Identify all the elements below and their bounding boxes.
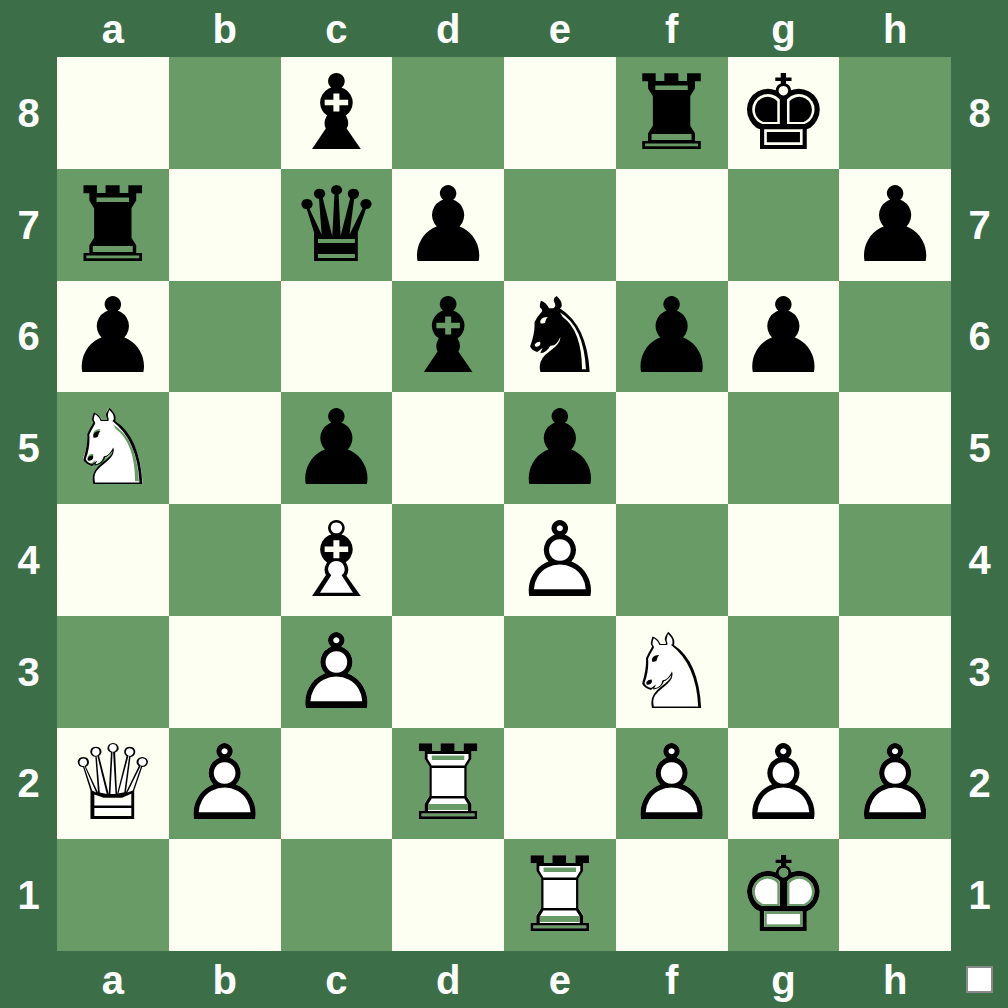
- square-f3[interactable]: ♞♘: [616, 616, 728, 728]
- square-b8[interactable]: [169, 57, 281, 169]
- square-f1[interactable]: [616, 839, 728, 951]
- white-rook-outline-glyph: ♖: [392, 728, 504, 840]
- square-f4[interactable]: [616, 504, 728, 616]
- white-pawn-outline-glyph: ♙: [728, 728, 840, 840]
- piece-white-pawn[interactable]: ♟♙: [728, 728, 840, 840]
- white-pawn-outline-glyph: ♙: [281, 616, 393, 728]
- piece-black-pawn[interactable]: ♟: [504, 392, 616, 504]
- square-e4[interactable]: ♟♙: [504, 504, 616, 616]
- square-h5[interactable]: [839, 392, 951, 504]
- square-g8[interactable]: ♚: [728, 57, 840, 169]
- square-d6[interactable]: ♝: [392, 281, 504, 393]
- piece-white-pawn[interactable]: ♟♙: [169, 728, 281, 840]
- square-a8[interactable]: [57, 57, 169, 169]
- black-pawn-glyph: ♟: [392, 169, 504, 281]
- square-g1[interactable]: ♚♔: [728, 839, 840, 951]
- square-b5[interactable]: [169, 392, 281, 504]
- file-label-bottom-b: b: [169, 951, 281, 1008]
- square-h4[interactable]: [839, 504, 951, 616]
- black-pawn-glyph: ♟: [504, 392, 616, 504]
- file-label-bottom-h: h: [839, 951, 951, 1008]
- piece-white-queen[interactable]: ♛♕: [57, 728, 169, 840]
- black-king-glyph: ♚: [728, 57, 840, 169]
- square-b1[interactable]: [169, 839, 281, 951]
- square-d8[interactable]: [392, 57, 504, 169]
- white-king-outline-glyph: ♔: [728, 839, 840, 951]
- file-label-bottom-e: e: [504, 951, 616, 1008]
- square-c7[interactable]: ♛: [281, 169, 393, 281]
- piece-white-bishop[interactable]: ♝♗: [281, 504, 393, 616]
- piece-black-pawn[interactable]: ♟: [57, 281, 169, 393]
- square-a4[interactable]: [57, 504, 169, 616]
- black-rook-glyph: ♜: [616, 57, 728, 169]
- square-f6[interactable]: ♟: [616, 281, 728, 393]
- rank-label-left-3: 3: [0, 616, 57, 728]
- rank-label-right-4: 4: [951, 504, 1008, 616]
- rank-label-right-3: 3: [951, 616, 1008, 728]
- piece-black-rook[interactable]: ♜: [57, 169, 169, 281]
- file-label-top-e: e: [504, 0, 616, 57]
- piece-black-queen[interactable]: ♛: [281, 169, 393, 281]
- square-b7[interactable]: [169, 169, 281, 281]
- piece-black-rook[interactable]: ♜: [616, 57, 728, 169]
- square-e3[interactable]: [504, 616, 616, 728]
- square-h1[interactable]: [839, 839, 951, 951]
- piece-white-pawn[interactable]: ♟♙: [281, 616, 393, 728]
- piece-black-king[interactable]: ♚: [728, 57, 840, 169]
- square-h3[interactable]: [839, 616, 951, 728]
- rank-label-right-7: 7: [951, 169, 1008, 281]
- black-queen-glyph: ♛: [281, 169, 393, 281]
- rank-label-left-2: 2: [0, 728, 57, 840]
- square-b6[interactable]: [169, 281, 281, 393]
- square-d5[interactable]: [392, 392, 504, 504]
- rank-label-left-6: 6: [0, 281, 57, 393]
- piece-black-pawn[interactable]: ♟: [839, 169, 951, 281]
- piece-white-rook[interactable]: ♜♖: [504, 839, 616, 951]
- file-label-bottom-a: a: [57, 951, 169, 1008]
- black-pawn-glyph: ♟: [57, 281, 169, 393]
- square-g5[interactable]: [728, 392, 840, 504]
- white-pawn-outline-glyph: ♙: [616, 728, 728, 840]
- square-c1[interactable]: [281, 839, 393, 951]
- black-pawn-glyph: ♟: [728, 281, 840, 393]
- square-c3[interactable]: ♟♙: [281, 616, 393, 728]
- square-d4[interactable]: [392, 504, 504, 616]
- border-corner-bottom-right: [951, 951, 1008, 1008]
- piece-black-bishop[interactable]: ♝: [281, 57, 393, 169]
- square-c5[interactable]: ♟: [281, 392, 393, 504]
- square-b4[interactable]: [169, 504, 281, 616]
- rank-label-left-4: 4: [0, 504, 57, 616]
- rank-label-left-5: 5: [0, 392, 57, 504]
- square-e7[interactable]: [504, 169, 616, 281]
- square-d3[interactable]: [392, 616, 504, 728]
- file-label-top-f: f: [616, 0, 728, 57]
- square-d1[interactable]: [392, 839, 504, 951]
- piece-black-pawn[interactable]: ♟: [616, 281, 728, 393]
- rank-label-right-5: 5: [951, 392, 1008, 504]
- border-corner-top-right: [951, 0, 1008, 57]
- black-bishop-glyph: ♝: [392, 281, 504, 393]
- piece-white-pawn[interactable]: ♟♙: [504, 504, 616, 616]
- piece-white-pawn[interactable]: ♟♙: [839, 728, 951, 840]
- rank-label-right-8: 8: [951, 57, 1008, 169]
- white-pawn-outline-glyph: ♙: [839, 728, 951, 840]
- piece-white-pawn[interactable]: ♟♙: [616, 728, 728, 840]
- black-pawn-glyph: ♟: [616, 281, 728, 393]
- square-c8[interactable]: ♝: [281, 57, 393, 169]
- square-e6[interactable]: ♞: [504, 281, 616, 393]
- white-rook-outline-glyph: ♖: [504, 839, 616, 951]
- white-to-move-indicator: [966, 966, 993, 993]
- white-queen-outline-glyph: ♕: [57, 728, 169, 840]
- square-g6[interactable]: ♟: [728, 281, 840, 393]
- file-label-top-d: d: [392, 0, 504, 57]
- square-f2[interactable]: ♟♙: [616, 728, 728, 840]
- black-bishop-glyph: ♝: [281, 57, 393, 169]
- square-h7[interactable]: ♟: [839, 169, 951, 281]
- border-corner-bottom-left: [0, 951, 57, 1008]
- square-e1[interactable]: ♜♖: [504, 839, 616, 951]
- rank-label-right-1: 1: [951, 839, 1008, 951]
- square-a2[interactable]: ♛♕: [57, 728, 169, 840]
- square-g2[interactable]: ♟♙: [728, 728, 840, 840]
- square-c2[interactable]: [281, 728, 393, 840]
- square-b2[interactable]: ♟♙: [169, 728, 281, 840]
- white-pawn-outline-glyph: ♙: [169, 728, 281, 840]
- file-label-top-g: g: [728, 0, 840, 57]
- piece-white-king[interactable]: ♚♔: [728, 839, 840, 951]
- piece-black-pawn[interactable]: ♟: [281, 392, 393, 504]
- file-label-top-c: c: [281, 0, 393, 57]
- square-f5[interactable]: [616, 392, 728, 504]
- file-label-bottom-d: d: [392, 951, 504, 1008]
- rank-label-right-6: 6: [951, 281, 1008, 393]
- piece-black-pawn[interactable]: ♟: [728, 281, 840, 393]
- square-a6[interactable]: ♟: [57, 281, 169, 393]
- square-h2[interactable]: ♟♙: [839, 728, 951, 840]
- square-c6[interactable]: [281, 281, 393, 393]
- square-c4[interactable]: ♝♗: [281, 504, 393, 616]
- square-e5[interactable]: ♟: [504, 392, 616, 504]
- file-label-bottom-c: c: [281, 951, 393, 1008]
- square-e2[interactable]: [504, 728, 616, 840]
- file-label-top-b: b: [169, 0, 281, 57]
- chess-board: abcdefgh8♝♜♚87♜♛♟♟76♟♝♞♟♟65♞♘♟♟54♝♗♟♙43♟…: [0, 0, 1008, 1008]
- piece-black-pawn[interactable]: ♟: [392, 169, 504, 281]
- white-knight-outline-glyph: ♘: [616, 616, 728, 728]
- square-b3[interactable]: [169, 616, 281, 728]
- square-f7[interactable]: [616, 169, 728, 281]
- file-label-bottom-g: g: [728, 951, 840, 1008]
- square-a3[interactable]: [57, 616, 169, 728]
- file-label-bottom-f: f: [616, 951, 728, 1008]
- square-h6[interactable]: [839, 281, 951, 393]
- black-pawn-glyph: ♟: [839, 169, 951, 281]
- white-bishop-outline-glyph: ♗: [281, 504, 393, 616]
- square-g7[interactable]: [728, 169, 840, 281]
- black-knight-glyph: ♞: [504, 281, 616, 393]
- border-corner-top-left: [0, 0, 57, 57]
- piece-white-knight[interactable]: ♞♘: [616, 616, 728, 728]
- piece-black-bishop[interactable]: ♝: [392, 281, 504, 393]
- square-d7[interactable]: ♟: [392, 169, 504, 281]
- file-label-top-a: a: [57, 0, 169, 57]
- square-a5[interactable]: ♞♘: [57, 392, 169, 504]
- rank-label-left-7: 7: [0, 169, 57, 281]
- piece-white-rook[interactable]: ♜♖: [392, 728, 504, 840]
- black-pawn-glyph: ♟: [281, 392, 393, 504]
- black-rook-glyph: ♜: [57, 169, 169, 281]
- square-h8[interactable]: [839, 57, 951, 169]
- square-a7[interactable]: ♜: [57, 169, 169, 281]
- rank-label-right-2: 2: [951, 728, 1008, 840]
- square-g3[interactable]: [728, 616, 840, 728]
- white-pawn-outline-glyph: ♙: [504, 504, 616, 616]
- rank-label-left-1: 1: [0, 839, 57, 951]
- white-knight-outline-glyph: ♘: [57, 392, 169, 504]
- file-label-top-h: h: [839, 0, 951, 57]
- square-g4[interactable]: [728, 504, 840, 616]
- square-e8[interactable]: [504, 57, 616, 169]
- piece-white-knight[interactable]: ♞♘: [57, 392, 169, 504]
- rank-label-left-8: 8: [0, 57, 57, 169]
- square-d2[interactable]: ♜♖: [392, 728, 504, 840]
- chess-diagram: abcdefgh8♝♜♚87♜♛♟♟76♟♝♞♟♟65♞♘♟♟54♝♗♟♙43♟…: [0, 0, 1008, 1008]
- piece-black-knight[interactable]: ♞: [504, 281, 616, 393]
- square-a1[interactable]: [57, 839, 169, 951]
- square-f8[interactable]: ♜: [616, 57, 728, 169]
